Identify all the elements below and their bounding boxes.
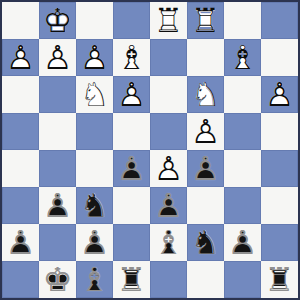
white-pawn-outline: ♙ — [39, 39, 76, 76]
square-f8[interactable]: ♝♗ — [76, 261, 113, 298]
white-pawn-outline: ♙ — [113, 76, 150, 113]
square-h7[interactable]: ♟♙ — [2, 224, 39, 261]
black-pawn-outline: ♙ — [150, 187, 187, 224]
square-d6[interactable]: ♟♙ — [150, 187, 187, 224]
square-b6[interactable] — [224, 187, 261, 224]
white-bishop-icon[interactable]: ♝♗ — [224, 39, 261, 76]
black-king-outline: ♔ — [39, 261, 76, 298]
black-pawn-icon[interactable]: ♟♙ — [2, 224, 39, 261]
black-knight-outline: ♘ — [187, 224, 224, 261]
black-pawn-outline: ♙ — [224, 224, 261, 261]
square-a4[interactable] — [261, 113, 298, 150]
square-a8[interactable]: ♜♖ — [261, 261, 298, 298]
square-f6[interactable]: ♞♘ — [76, 187, 113, 224]
square-b4[interactable] — [224, 113, 261, 150]
black-king-icon[interactable]: ♚♔ — [39, 261, 76, 298]
square-c6[interactable] — [187, 187, 224, 224]
white-rook-outline: ♖ — [187, 2, 224, 39]
square-a3[interactable]: ♟♙ — [261, 76, 298, 113]
square-d2[interactable] — [150, 39, 187, 76]
square-a5[interactable] — [261, 150, 298, 187]
square-e6[interactable] — [113, 187, 150, 224]
square-g2[interactable]: ♟♙ — [39, 39, 76, 76]
square-e3[interactable]: ♟♙ — [113, 76, 150, 113]
square-b2[interactable]: ♝♗ — [224, 39, 261, 76]
black-pawn-icon[interactable]: ♟♙ — [150, 187, 187, 224]
black-pawn-icon[interactable]: ♟♙ — [187, 150, 224, 187]
black-rook-icon[interactable]: ♜♖ — [261, 261, 298, 298]
square-d5[interactable]: ♟♙ — [150, 150, 187, 187]
square-c2[interactable] — [187, 39, 224, 76]
square-c3[interactable]: ♞♘ — [187, 76, 224, 113]
white-knight-icon[interactable]: ♞♘ — [187, 76, 224, 113]
white-pawn-outline: ♙ — [2, 39, 39, 76]
black-pawn-outline: ♙ — [2, 224, 39, 261]
square-e8[interactable]: ♜♖ — [113, 261, 150, 298]
white-knight-outline: ♘ — [187, 76, 224, 113]
black-knight-icon[interactable]: ♞♘ — [76, 187, 113, 224]
square-g1[interactable]: ♚♔ — [39, 2, 76, 39]
square-h6[interactable] — [2, 187, 39, 224]
black-rook-icon[interactable]: ♜♖ — [113, 261, 150, 298]
square-d7[interactable]: ♝♗ — [150, 224, 187, 261]
square-e7[interactable] — [113, 224, 150, 261]
square-g8[interactable]: ♚♔ — [39, 261, 76, 298]
square-d3[interactable] — [150, 76, 187, 113]
white-bishop-outline: ♗ — [224, 39, 261, 76]
square-f5[interactable] — [76, 150, 113, 187]
white-king-icon[interactable]: ♚♔ — [39, 2, 76, 39]
black-bishop-outline: ♗ — [76, 261, 113, 298]
white-pawn-icon[interactable]: ♟♙ — [187, 113, 224, 150]
square-f4[interactable] — [76, 113, 113, 150]
black-pawn-icon[interactable]: ♟♙ — [39, 187, 76, 224]
square-f7[interactable]: ♟♙ — [76, 224, 113, 261]
square-d1[interactable]: ♜♖ — [150, 2, 187, 39]
white-pawn-icon[interactable]: ♟♙ — [39, 39, 76, 76]
white-rook-icon[interactable]: ♜♖ — [150, 2, 187, 39]
square-c5[interactable]: ♟♙ — [187, 150, 224, 187]
white-pawn-outline: ♙ — [76, 39, 113, 76]
white-king-outline: ♔ — [39, 2, 76, 39]
square-a1[interactable] — [261, 2, 298, 39]
white-pawn-outline: ♙ — [261, 76, 298, 113]
square-h2[interactable]: ♟♙ — [2, 39, 39, 76]
black-pawn-outline: ♙ — [113, 150, 150, 187]
square-a2[interactable] — [261, 39, 298, 76]
square-b8[interactable] — [224, 261, 261, 298]
square-h5[interactable] — [2, 150, 39, 187]
square-h8[interactable] — [2, 261, 39, 298]
black-pawn-icon[interactable]: ♟♙ — [76, 224, 113, 261]
white-pawn-icon[interactable]: ♟♙ — [2, 39, 39, 76]
white-rook-outline: ♖ — [150, 2, 187, 39]
square-f3[interactable]: ♞♘ — [76, 76, 113, 113]
square-h3[interactable] — [2, 76, 39, 113]
square-a7[interactable] — [261, 224, 298, 261]
black-pawn-outline: ♙ — [76, 224, 113, 261]
black-knight-icon[interactable]: ♞♘ — [187, 224, 224, 261]
square-h1[interactable] — [2, 2, 39, 39]
black-bishop-outline: ♗ — [150, 224, 187, 261]
black-rook-outline: ♖ — [261, 261, 298, 298]
square-g5[interactable] — [39, 150, 76, 187]
square-b1[interactable] — [224, 2, 261, 39]
white-pawn-outline: ♙ — [150, 150, 187, 187]
square-a6[interactable] — [261, 187, 298, 224]
white-pawn-icon[interactable]: ♟♙ — [261, 76, 298, 113]
square-b5[interactable] — [224, 150, 261, 187]
square-e4[interactable] — [113, 113, 150, 150]
square-d8[interactable] — [150, 261, 187, 298]
black-knight-outline: ♘ — [76, 187, 113, 224]
white-pawn-icon[interactable]: ♟♙ — [113, 76, 150, 113]
white-knight-icon[interactable]: ♞♘ — [76, 76, 113, 113]
square-f2[interactable]: ♟♙ — [76, 39, 113, 76]
white-bishop-outline: ♗ — [113, 39, 150, 76]
black-pawn-icon[interactable]: ♟♙ — [224, 224, 261, 261]
square-c7[interactable]: ♞♘ — [187, 224, 224, 261]
white-rook-icon[interactable]: ♜♖ — [187, 2, 224, 39]
square-b7[interactable]: ♟♙ — [224, 224, 261, 261]
white-pawn-outline: ♙ — [187, 113, 224, 150]
square-g3[interactable] — [39, 76, 76, 113]
square-c8[interactable] — [187, 261, 224, 298]
black-pawn-outline: ♙ — [39, 187, 76, 224]
square-e2[interactable]: ♝♗ — [113, 39, 150, 76]
square-h4[interactable] — [2, 113, 39, 150]
square-g7[interactable] — [39, 224, 76, 261]
square-b3[interactable] — [224, 76, 261, 113]
white-pawn-icon[interactable]: ♟♙ — [150, 150, 187, 187]
chess-board: ♚♔♜♖♜♖♟♙♟♙♟♙♝♗♝♗♞♘♟♙♞♘♟♙♟♙♟♙♟♙♟♙♟♙♞♘♟♙♟♙… — [0, 0, 300, 300]
square-c1[interactable]: ♜♖ — [187, 2, 224, 39]
square-f1[interactable] — [76, 2, 113, 39]
black-bishop-icon[interactable]: ♝♗ — [76, 261, 113, 298]
square-e5[interactable]: ♟♙ — [113, 150, 150, 187]
square-c4[interactable]: ♟♙ — [187, 113, 224, 150]
square-g6[interactable]: ♟♙ — [39, 187, 76, 224]
white-knight-outline: ♘ — [76, 76, 113, 113]
white-bishop-icon[interactable]: ♝♗ — [113, 39, 150, 76]
black-pawn-outline: ♙ — [187, 150, 224, 187]
square-g4[interactable] — [39, 113, 76, 150]
square-d4[interactable] — [150, 113, 187, 150]
black-bishop-icon[interactable]: ♝♗ — [150, 224, 187, 261]
white-pawn-icon[interactable]: ♟♙ — [76, 39, 113, 76]
black-pawn-icon[interactable]: ♟♙ — [113, 150, 150, 187]
square-e1[interactable] — [113, 2, 150, 39]
black-rook-outline: ♖ — [113, 261, 150, 298]
